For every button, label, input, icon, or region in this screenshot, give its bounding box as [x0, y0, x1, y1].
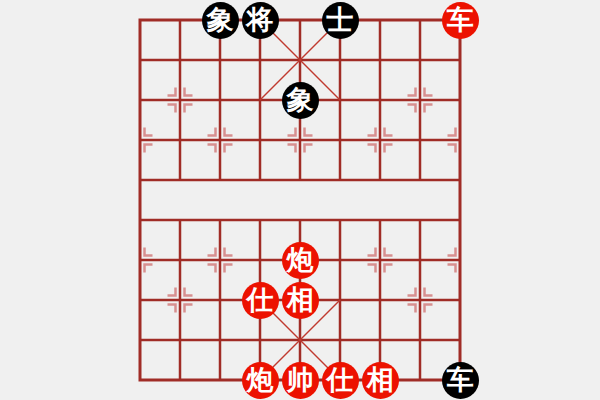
xiangqi-board-area: 象将士车象炮仕相炮帅仕相车 — [0, 0, 600, 400]
piece-red-advisor-2[interactable]: 仕 — [322, 362, 359, 399]
piece-black-chariot[interactable]: 车 — [442, 362, 479, 399]
piece-black-elephant-1[interactable]: 象 — [202, 2, 239, 39]
piece-red-cannon-1[interactable]: 炮 — [282, 242, 319, 279]
piece-black-general[interactable]: 将 — [242, 2, 279, 39]
piece-red-chariot[interactable]: 车 — [442, 2, 479, 39]
piece-red-general[interactable]: 帅 — [282, 362, 319, 399]
piece-red-advisor-1[interactable]: 仕 — [242, 282, 279, 319]
piece-red-cannon-2[interactable]: 炮 — [242, 362, 279, 399]
piece-red-elephant-1[interactable]: 相 — [282, 282, 319, 319]
pieces-layer: 象将士车象炮仕相炮帅仕相车 — [0, 0, 600, 400]
piece-black-elephant-2[interactable]: 象 — [282, 82, 319, 119]
piece-red-elephant-2[interactable]: 相 — [362, 362, 399, 399]
piece-black-advisor[interactable]: 士 — [322, 2, 359, 39]
